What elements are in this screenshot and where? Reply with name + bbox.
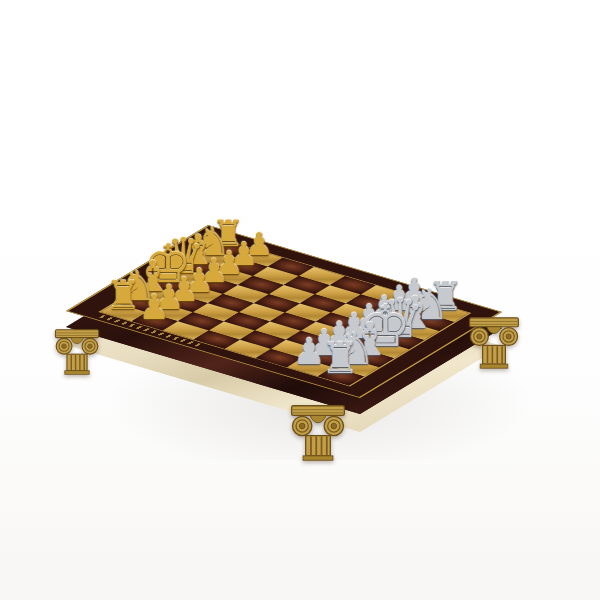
piece-gold-P[interactable]: ♟ [139, 290, 170, 324]
piece-gold-R[interactable]: ♜ [105, 276, 140, 315]
piece-silver-R[interactable]: ♜ [321, 338, 359, 381]
ionic-leg-right-icon [468, 314, 520, 372]
chess-set-photo: ♜♞♝♛♚♝♞♜♟♟♟♟♟♟♟♟♟♟♟♟♟♟♟♟♜♞♝♛♚♝♞♜ [0, 0, 600, 600]
ionic-leg-front-icon [286, 404, 350, 462]
ionic-leg-left-icon [54, 324, 100, 380]
